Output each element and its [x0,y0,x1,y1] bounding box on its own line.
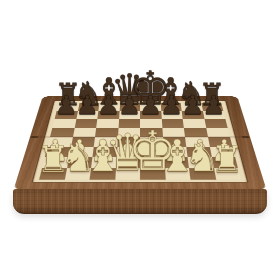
square-c8 [98,103,119,111]
square-c1 [90,168,116,180]
square-e8 [140,103,161,111]
square-c3 [92,147,116,157]
square-b4 [71,137,95,147]
square-d6 [118,119,140,128]
square-f1 [164,168,190,180]
square-b7 [76,111,98,119]
square-a4 [48,137,73,147]
board-grid [39,103,241,180]
square-g6 [183,119,206,128]
square-c7 [97,111,119,119]
square-f4 [163,137,187,147]
square-d3 [116,147,140,157]
square-g3 [186,147,211,157]
board-border-strip [33,101,247,182]
square-h1 [213,168,240,180]
square-b1 [64,168,91,180]
square-c4 [94,137,118,147]
board-front-edge [13,189,267,214]
square-f3 [163,147,187,157]
square-e3 [140,147,164,157]
square-b6 [74,119,97,128]
square-d8 [119,103,140,111]
square-e4 [140,137,163,147]
square-e7 [140,111,161,119]
square-c2 [91,157,116,168]
chess-board-top [13,96,266,191]
square-g4 [185,137,209,147]
square-g1 [189,168,216,180]
square-b8 [78,103,100,111]
square-d4 [117,137,140,147]
hinge-seam [30,137,250,138]
square-a3 [45,147,71,157]
square-a6 [52,119,76,128]
square-g7 [182,111,204,119]
square-g8 [181,103,203,111]
square-a1 [39,168,66,180]
square-h7 [202,111,225,119]
square-h4 [208,137,233,147]
square-h8 [201,103,223,111]
square-e1 [140,168,165,180]
square-e2 [140,157,164,168]
square-f2 [164,157,189,168]
square-f7 [161,111,183,119]
square-b2 [67,157,93,168]
square-a7 [55,111,78,119]
square-h2 [211,157,238,168]
square-g2 [188,157,214,168]
square-e6 [140,119,162,128]
square-a8 [57,103,79,111]
chess-set-photo: ♜♞♝♛♚♝♞♜♟♟♟♟♟♟♟♟♟♟♟♟♟♟♟♟♜♞♝♛♚♝♞♜ [0,0,280,280]
square-d7 [119,111,140,119]
square-d2 [116,157,140,168]
square-a2 [42,157,69,168]
square-b3 [69,147,94,157]
square-c6 [96,119,118,128]
square-f6 [161,119,183,128]
square-h6 [204,119,228,128]
square-f8 [160,103,181,111]
square-h3 [209,147,235,157]
square-d1 [115,168,140,180]
